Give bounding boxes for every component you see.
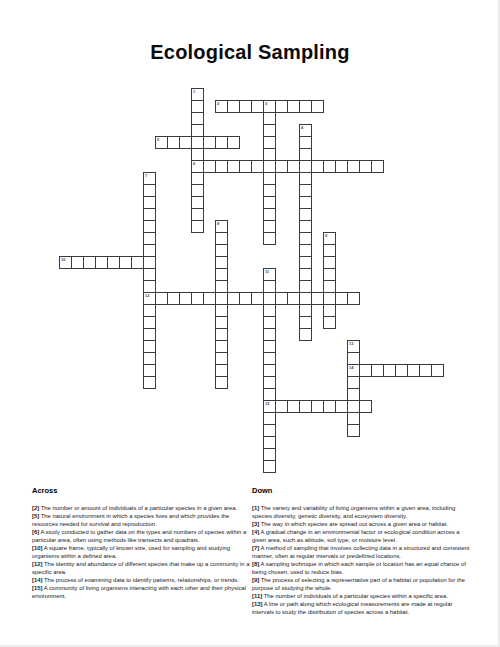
clue-item-text: A community of living organisms interact…: [32, 585, 246, 599]
clue-item-text: A line or path along which ecological me…: [252, 601, 452, 615]
clue-item-text: A study conducted to gather data on the …: [32, 529, 246, 543]
clue-item-text: The variety and variability of living or…: [252, 505, 455, 519]
clue-item-number: [15]: [32, 585, 42, 591]
clue-number: 3: [265, 101, 267, 106]
clue-item: [4] A gradual change in an environmental…: [252, 528, 473, 544]
clue-item-text: A square frame, typically of known size,…: [32, 545, 230, 559]
grid-cell[interactable]: [323, 316, 336, 329]
grid-cell[interactable]: [347, 292, 360, 305]
clue-item-text: A method of sampling that involves colle…: [252, 545, 469, 559]
clue-item: [12] The identity and abundance of diffe…: [32, 560, 250, 576]
clue-number: 2: [217, 101, 219, 106]
clue-item-text: A gradual change in an environmental fac…: [252, 529, 460, 543]
grid-cell[interactable]: [371, 160, 384, 173]
clue-item-number: [13]: [252, 601, 262, 607]
clue-item-text: A sampling technique in which each sampl…: [252, 561, 466, 575]
clue-item: [3] The way in which species are spread …: [252, 520, 473, 528]
clue-item: [9] The process of selecting a represent…: [252, 576, 473, 592]
clue-number: 15: [265, 401, 269, 406]
clue-number: 5: [157, 137, 159, 142]
clue-number: 8: [217, 221, 219, 226]
clue-item: [5] The natural environment in which a s…: [32, 512, 250, 528]
clue-number: 1: [193, 89, 195, 94]
down-clue-list: [1] The variety and variability of livin…: [252, 504, 473, 616]
clue-item-text: The number or amount of individuals of a…: [39, 505, 237, 511]
clue-number: 9: [325, 233, 327, 238]
across-clue-list: [2] The number or amount of individuals …: [32, 504, 250, 600]
clue-number: 11: [265, 269, 269, 274]
grid-cell[interactable]: [215, 376, 228, 389]
grid-cell[interactable]: [227, 136, 240, 149]
down-heading: Down: [252, 487, 473, 495]
grid-cell[interactable]: [431, 364, 444, 377]
down-clues-section: Down [1] The variety and variability of …: [252, 487, 473, 616]
grid-cell[interactable]: [311, 100, 324, 113]
clue-number: 7: [145, 173, 147, 178]
clue-item-text: The number of individuals of a particula…: [262, 593, 448, 599]
puzzle-page: Ecological Sampling 12345678910111213141…: [0, 0, 500, 647]
clue-item-number: [12]: [32, 561, 42, 567]
grid-cell[interactable]: [299, 328, 312, 341]
clue-item-text: The way in which species are spread out …: [259, 521, 448, 527]
clue-item-number: [11]: [252, 593, 262, 599]
clue-item: [13] A line or path along which ecologic…: [252, 600, 473, 616]
clue-number: 14: [349, 365, 353, 370]
clue-item: [10] A square frame, typically of known …: [32, 544, 250, 560]
clue-item: [11] The number of individuals of a part…: [252, 592, 473, 600]
clue-item-text: The process of selecting a representativ…: [252, 577, 465, 591]
clue-item: [14] The process of examining data to id…: [32, 576, 250, 584]
grid-cell[interactable]: [143, 376, 156, 389]
grid-cell[interactable]: [263, 232, 276, 245]
clue-item-text: The process of examining data to identif…: [42, 577, 238, 583]
clue-item: [2] The number or amount of individuals …: [32, 504, 250, 512]
clue-item: [1] The variety and variability of livin…: [252, 504, 473, 520]
crossword-grid: 123456789101112131415: [59, 88, 445, 474]
clue-item-number: [10]: [32, 545, 42, 551]
clue-number: 10: [61, 257, 65, 262]
clue-item-number: [14]: [32, 577, 42, 583]
clue-number: 4: [301, 125, 303, 130]
clue-item: [6] A study conducted to gather data on …: [32, 528, 250, 544]
grid-cell[interactable]: [359, 400, 372, 413]
across-heading: Across: [32, 487, 250, 495]
clue-number: 6: [193, 161, 195, 166]
clue-item-text: The natural environment in which a speci…: [32, 513, 229, 527]
clue-number: 13: [349, 341, 353, 346]
clue-item-text: The identity and abundance of different …: [32, 561, 250, 575]
clue-number: 12: [145, 293, 149, 298]
clue-item: [7] A method of sampling that involves c…: [252, 544, 473, 560]
across-clues-section: Across [2] The number or amount of indiv…: [32, 487, 250, 600]
puzzle-title: Ecological Sampling: [0, 41, 500, 64]
grid-cell[interactable]: [191, 220, 204, 233]
grid-cell[interactable]: [263, 460, 276, 473]
clue-item: [8] A sampling technique in which each s…: [252, 560, 473, 576]
clue-item: [15] A community of living organisms int…: [32, 584, 250, 600]
grid-cell[interactable]: [347, 424, 360, 437]
